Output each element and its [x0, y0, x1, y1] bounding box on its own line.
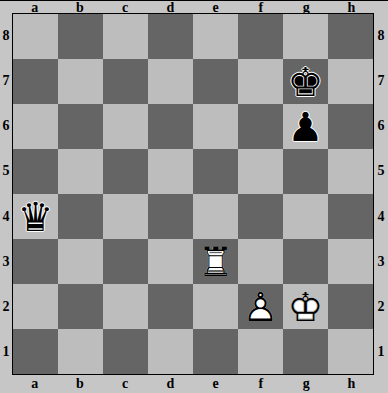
square-f4[interactable]: [238, 194, 283, 239]
square-d7[interactable]: [148, 59, 193, 104]
square-g1[interactable]: [283, 329, 328, 374]
rank-label-left-3: 3: [0, 239, 12, 284]
square-h3[interactable]: [328, 239, 373, 284]
square-b6[interactable]: [58, 104, 103, 149]
square-d4[interactable]: [148, 194, 193, 239]
rank-label-right-2: 2: [374, 285, 388, 330]
rank-label-right-7: 7: [374, 58, 388, 103]
white-rook-e3[interactable]: ♜♖: [193, 239, 238, 284]
square-c4[interactable]: [103, 194, 148, 239]
square-b5[interactable]: [58, 149, 103, 194]
square-h8[interactable]: [328, 14, 373, 59]
square-c2[interactable]: [103, 284, 148, 329]
rank-label-left-6: 6: [0, 104, 12, 149]
square-b1[interactable]: [58, 329, 103, 374]
square-e5[interactable]: [193, 149, 238, 194]
square-g2[interactable]: ♚♔: [283, 284, 328, 329]
file-label-bottom-h: h: [329, 375, 374, 393]
rank-label-right-3: 3: [374, 239, 388, 284]
square-a2[interactable]: [13, 284, 58, 329]
square-h2[interactable]: [328, 284, 373, 329]
black-pawn-g6[interactable]: ♟: [283, 104, 328, 149]
square-d6[interactable]: [148, 104, 193, 149]
square-d3[interactable]: [148, 239, 193, 284]
square-b7[interactable]: [58, 59, 103, 104]
square-g4[interactable]: [283, 194, 328, 239]
rank-label-left-7: 7: [0, 58, 12, 103]
rank-label-left-2: 2: [0, 285, 12, 330]
square-g3[interactable]: [283, 239, 328, 284]
square-h1[interactable]: [328, 329, 373, 374]
chess-diagram: abcdefgh 87654321 ♚♟♛♜♖♟♙♚♔ 87654321 abc…: [0, 0, 388, 393]
square-f1[interactable]: [238, 329, 283, 374]
rank-label-left-1: 1: [0, 330, 12, 375]
square-e4[interactable]: [193, 194, 238, 239]
square-e2[interactable]: [193, 284, 238, 329]
square-g6[interactable]: ♟: [283, 104, 328, 149]
square-e1[interactable]: [193, 329, 238, 374]
rank-labels-right: 87654321: [374, 13, 388, 375]
square-h5[interactable]: [328, 149, 373, 194]
rank-label-right-1: 1: [374, 330, 388, 375]
square-a3[interactable]: [13, 239, 58, 284]
square-d8[interactable]: [148, 14, 193, 59]
square-f7[interactable]: [238, 59, 283, 104]
square-b2[interactable]: [58, 284, 103, 329]
piece-outline-glyph: ♔: [283, 284, 328, 329]
square-e3[interactable]: ♜♖: [193, 239, 238, 284]
file-labels-top: abcdefgh: [12, 1, 374, 13]
square-c8[interactable]: [103, 14, 148, 59]
square-a8[interactable]: [13, 14, 58, 59]
square-d2[interactable]: [148, 284, 193, 329]
square-f6[interactable]: [238, 104, 283, 149]
square-a6[interactable]: [13, 104, 58, 149]
rank-label-left-4: 4: [0, 194, 12, 239]
square-b3[interactable]: [58, 239, 103, 284]
square-a7[interactable]: [13, 59, 58, 104]
rank-label-right-8: 8: [374, 13, 388, 58]
rank-label-right-5: 5: [374, 149, 388, 194]
square-d5[interactable]: [148, 149, 193, 194]
rank-labels-left: 87654321: [0, 13, 12, 375]
square-f2[interactable]: ♟♙: [238, 284, 283, 329]
square-g5[interactable]: [283, 149, 328, 194]
square-f5[interactable]: [238, 149, 283, 194]
rank-label-left-5: 5: [0, 149, 12, 194]
square-c5[interactable]: [103, 149, 148, 194]
square-h6[interactable]: [328, 104, 373, 149]
square-e6[interactable]: [193, 104, 238, 149]
white-pawn-f2[interactable]: ♟♙: [238, 284, 283, 329]
square-e7[interactable]: [193, 59, 238, 104]
rank-label-left-8: 8: [0, 13, 12, 58]
white-king-g2[interactable]: ♚♔: [283, 284, 328, 329]
square-a4[interactable]: ♛: [13, 194, 58, 239]
file-label-bottom-c: c: [103, 375, 148, 393]
square-d1[interactable]: [148, 329, 193, 374]
board: ♚♟♛♜♖♟♙♚♔: [12, 13, 374, 375]
square-a5[interactable]: [13, 149, 58, 194]
square-e8[interactable]: [193, 14, 238, 59]
file-label-bottom-e: e: [193, 375, 238, 393]
square-c1[interactable]: [103, 329, 148, 374]
square-c3[interactable]: [103, 239, 148, 284]
square-h4[interactable]: [328, 194, 373, 239]
black-king-g7[interactable]: ♚: [283, 59, 328, 104]
file-label-bottom-f: f: [238, 375, 283, 393]
file-label-bottom-g: g: [284, 375, 329, 393]
black-queen-a4[interactable]: ♛: [13, 194, 58, 239]
square-f8[interactable]: [238, 14, 283, 59]
square-a1[interactable]: [13, 329, 58, 374]
square-g8[interactable]: [283, 14, 328, 59]
square-f3[interactable]: [238, 239, 283, 284]
square-g7[interactable]: ♚: [283, 59, 328, 104]
square-c6[interactable]: [103, 104, 148, 149]
file-label-bottom-a: a: [12, 375, 57, 393]
square-b4[interactable]: [58, 194, 103, 239]
piece-outline-glyph: ♖: [193, 239, 238, 284]
rank-label-right-4: 4: [374, 194, 388, 239]
file-labels-bottom: abcdefgh: [12, 375, 374, 393]
rank-label-right-6: 6: [374, 104, 388, 149]
piece-outline-glyph: ♙: [238, 284, 283, 329]
file-label-bottom-d: d: [148, 375, 193, 393]
square-h7[interactable]: [328, 59, 373, 104]
square-b8[interactable]: [58, 14, 103, 59]
file-label-bottom-b: b: [57, 375, 102, 393]
square-c7[interactable]: [103, 59, 148, 104]
